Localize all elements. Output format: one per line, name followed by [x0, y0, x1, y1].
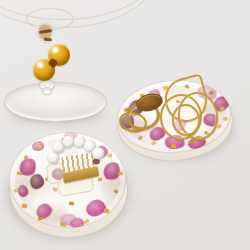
pearl-hair-clip [42, 132, 108, 194]
jewelry-group [0, 0, 250, 250]
pearl [92, 147, 105, 160]
scene [0, 0, 250, 250]
